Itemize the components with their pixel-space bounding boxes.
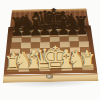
chess-set: ♜♞♝♛♚♝♞♜♟♟♟♟♟♟♟♟♟♟♟♟♟♟♟♟♜♞♝♛♚♝♞♜ bbox=[0, 0, 100, 100]
chess-set-photo: ♜♞♝♛♚♝♞♜♟♟♟♟♟♟♟♟♟♟♟♟♟♟♟♟♜♞♝♛♚♝♞♜ bbox=[0, 0, 100, 100]
black-pawn[interactable]: ♟ bbox=[73, 23, 91, 38]
white-rook[interactable]: ♜ bbox=[76, 52, 100, 72]
pieces-layer: ♜♞♝♛♚♝♞♜♟♟♟♟♟♟♟♟♟♟♟♟♟♟♟♟♜♞♝♛♚♝♞♜ bbox=[0, 0, 99, 1]
clasp-icon bbox=[47, 74, 53, 78]
